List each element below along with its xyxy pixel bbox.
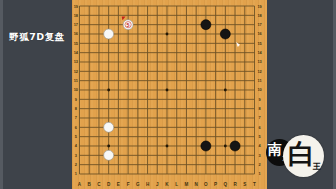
col-label-S: S: [243, 182, 246, 187]
star-point-K10: [166, 89, 169, 92]
row-label-left-12: 12: [74, 69, 79, 74]
star-point-D4: [107, 145, 110, 148]
col-label-H: H: [146, 182, 150, 187]
row-label-left-19: 19: [74, 4, 79, 9]
row-label-right-16: 16: [257, 31, 262, 36]
row-label-left-18: 18: [74, 13, 79, 18]
col-label-D: D: [107, 182, 111, 187]
row-label-right-8: 8: [259, 106, 262, 111]
stone-black-O4: [201, 141, 211, 151]
row-label-left-16: 16: [74, 31, 79, 36]
row-label-left-2: 2: [75, 162, 78, 167]
row-label-left-14: 14: [74, 50, 79, 55]
logo-white-stone: 白 王: [283, 135, 324, 177]
row-label-right-12: 12: [257, 69, 262, 74]
channel-logo: 南 大 白 王: [264, 133, 326, 181]
stone-black-O17: [201, 20, 211, 30]
row-label-right-18: 18: [257, 13, 262, 18]
row-label-left-6: 6: [75, 125, 78, 130]
row-label-left-9: 9: [75, 97, 78, 102]
go-board-svg[interactable]: ABCDEFGHJKLMNOPQRST191918181717161615151…: [72, 0, 267, 189]
star-point-D10: [107, 89, 110, 92]
row-label-right-9: 9: [259, 97, 262, 102]
caption: 野狐7D复盘: [5, 31, 69, 44]
go-review-frame: 野狐7D复盘 ABCDEFGHJKLMNOPQRST19191818171716…: [0, 0, 336, 189]
col-label-K: K: [165, 182, 169, 187]
row-label-left-15: 15: [74, 41, 79, 46]
last-move-flag-icon: [122, 16, 126, 20]
col-label-N: N: [195, 182, 199, 187]
row-label-left-10: 10: [74, 87, 78, 92]
row-label-left-3: 3: [75, 153, 78, 158]
stone-white-D6: [104, 122, 114, 132]
star-point-Q4: [224, 145, 227, 148]
col-label-A: A: [78, 182, 82, 187]
row-label-left-4: 4: [75, 143, 78, 148]
row-label-left-11: 11: [74, 78, 79, 83]
star-point-K16: [166, 33, 169, 36]
col-label-T: T: [253, 182, 256, 187]
row-label-right-3: 3: [259, 153, 262, 158]
col-label-G: G: [136, 182, 140, 187]
row-label-right-2: 2: [259, 162, 262, 167]
row-label-left-17: 17: [74, 22, 78, 27]
col-label-L: L: [175, 182, 178, 187]
move-number-label: 5: [127, 22, 130, 28]
col-label-C: C: [97, 182, 101, 187]
row-label-right-13: 13: [257, 59, 262, 64]
row-label-right-15: 15: [257, 41, 262, 46]
col-label-F: F: [127, 182, 130, 187]
row-label-right-5: 5: [259, 134, 262, 139]
left-edge-strip: [0, 0, 3, 189]
col-label-Q: Q: [224, 182, 228, 187]
stone-white-D3: [104, 150, 114, 160]
col-label-J: J: [156, 182, 159, 187]
row-label-left-5: 5: [75, 134, 78, 139]
col-label-P: P: [214, 182, 217, 187]
star-point-K4: [166, 145, 169, 148]
stone-black-R4: [230, 141, 240, 151]
col-label-E: E: [117, 182, 120, 187]
row-label-left-8: 8: [75, 106, 78, 111]
go-board[interactable]: ABCDEFGHJKLMNOPQRST191918181717161615151…: [72, 0, 267, 189]
col-label-B: B: [88, 182, 92, 187]
row-label-left-13: 13: [74, 59, 79, 64]
row-label-right-6: 6: [259, 125, 262, 130]
row-label-right-7: 7: [259, 115, 261, 120]
stone-black-Q16: [220, 29, 230, 39]
logo-white-small-char: 王: [313, 162, 321, 170]
col-label-O: O: [204, 182, 208, 187]
row-label-right-4: 4: [259, 143, 262, 148]
row-label-left-1: 1: [75, 171, 78, 176]
star-point-Q10: [224, 89, 227, 92]
row-label-right-14: 14: [257, 50, 262, 55]
row-label-right-19: 19: [257, 4, 262, 9]
col-label-M: M: [185, 182, 189, 187]
row-label-right-11: 11: [258, 78, 263, 83]
row-label-left-7: 7: [75, 115, 77, 120]
row-label-right-10: 10: [257, 87, 261, 92]
logo-black-char: 南: [268, 142, 282, 156]
row-label-right-17: 17: [257, 22, 261, 27]
row-label-right-1: 1: [259, 171, 262, 176]
stone-white-D16: [104, 29, 114, 39]
col-label-R: R: [233, 182, 237, 187]
logo-white-char: 白: [288, 140, 315, 167]
